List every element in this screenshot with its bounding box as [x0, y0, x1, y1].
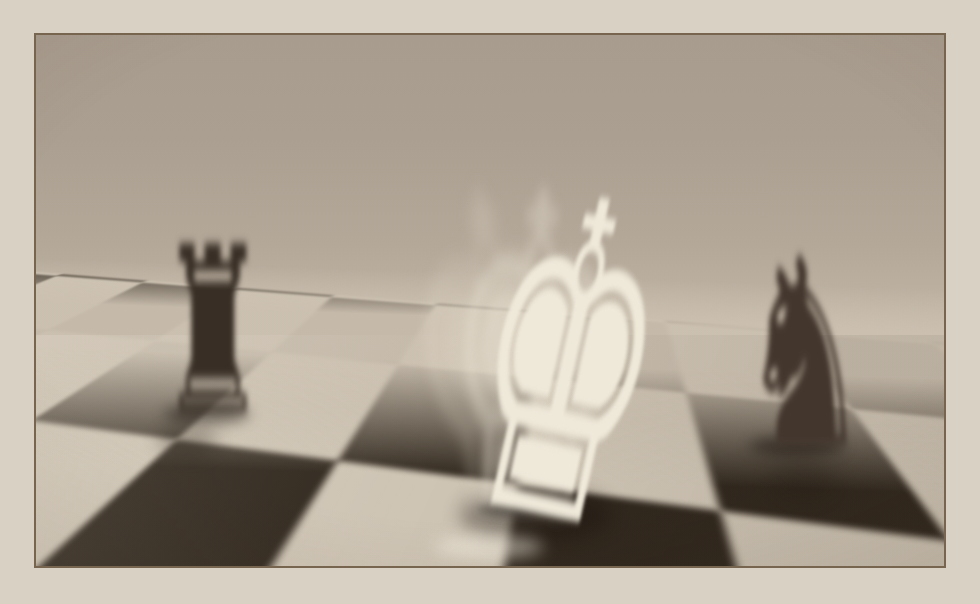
photograph: ♜♚♚♚♞	[34, 33, 946, 568]
photo-vignette	[36, 35, 944, 566]
framed-chess-photo: ♜♚♚♚♞	[0, 0, 980, 604]
